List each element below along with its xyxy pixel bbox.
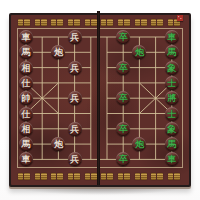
piece-red-horse[interactable]: 馬 xyxy=(19,45,33,59)
piece-red-cannon[interactable]: 炮 xyxy=(51,45,65,59)
piece-red-advisor[interactable]: 仕 xyxy=(19,107,33,121)
xiangqi-board: 車馬相仕帥仕相馬車炮炮兵兵兵兵兵卒卒卒卒卒炮炮車馬象士將士象馬車 xyxy=(9,13,191,187)
piece-green-soldier[interactable]: 卒 xyxy=(116,30,130,44)
piece-green-chariot[interactable]: 車 xyxy=(165,30,179,44)
piece-green-soldier[interactable]: 卒 xyxy=(116,91,130,105)
piece-green-elephant[interactable]: 象 xyxy=(165,122,179,136)
piece-green-general[interactable]: 將 xyxy=(165,91,179,105)
photo-scene: 車馬相仕帥仕相馬車炮炮兵兵兵兵兵卒卒卒卒卒炮炮車馬象士將士象馬車 xyxy=(0,0,200,200)
piece-red-chariot[interactable]: 車 xyxy=(19,152,33,166)
piece-red-soldier[interactable]: 兵 xyxy=(68,30,82,44)
piece-red-general[interactable]: 帥 xyxy=(19,91,33,105)
piece-green-advisor[interactable]: 士 xyxy=(165,76,179,90)
pieces-layer: 車馬相仕帥仕相馬車炮炮兵兵兵兵兵卒卒卒卒卒炮炮車馬象士將士象馬車 xyxy=(11,15,189,185)
piece-red-soldier[interactable]: 兵 xyxy=(68,61,82,75)
board-surface: 車馬相仕帥仕相馬車炮炮兵兵兵兵兵卒卒卒卒卒炮炮車馬象士將士象馬車 xyxy=(11,15,189,185)
piece-red-soldier[interactable]: 兵 xyxy=(68,152,82,166)
piece-red-elephant[interactable]: 相 xyxy=(19,122,33,136)
piece-green-horse[interactable]: 馬 xyxy=(165,137,179,151)
piece-green-soldier[interactable]: 卒 xyxy=(116,61,130,75)
piece-green-elephant[interactable]: 象 xyxy=(165,61,179,75)
piece-red-horse[interactable]: 馬 xyxy=(19,137,33,151)
piece-green-advisor[interactable]: 士 xyxy=(165,107,179,121)
piece-green-soldier[interactable]: 卒 xyxy=(116,152,130,166)
piece-red-soldier[interactable]: 兵 xyxy=(68,91,82,105)
piece-green-soldier[interactable]: 卒 xyxy=(116,122,130,136)
piece-green-cannon[interactable]: 炮 xyxy=(132,137,146,151)
piece-red-advisor[interactable]: 仕 xyxy=(19,76,33,90)
piece-red-cannon[interactable]: 炮 xyxy=(51,137,65,151)
piece-green-chariot[interactable]: 車 xyxy=(165,152,179,166)
piece-green-cannon[interactable]: 炮 xyxy=(132,45,146,59)
piece-red-soldier[interactable]: 兵 xyxy=(68,122,82,136)
piece-green-horse[interactable]: 馬 xyxy=(165,45,179,59)
piece-red-elephant[interactable]: 相 xyxy=(19,61,33,75)
piece-red-chariot[interactable]: 車 xyxy=(19,30,33,44)
